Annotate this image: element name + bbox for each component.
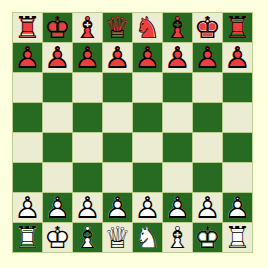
square-b6[interactable] [43, 73, 72, 102]
square-f6[interactable] [163, 73, 192, 102]
white-rook-piece[interactable]: ♜♖ [223, 223, 252, 252]
red-rook-piece[interactable]: ♜♖ [223, 13, 252, 42]
red-pawn-piece[interactable]: ♟♙ [43, 43, 72, 72]
square-g1[interactable]: ♚♔ [193, 223, 222, 252]
square-f7[interactable]: ♟♙ [163, 43, 192, 72]
square-e2[interactable]: ♟♙ [133, 193, 162, 222]
square-f4[interactable] [163, 133, 192, 162]
square-g3[interactable] [193, 163, 222, 192]
red-pawn-piece[interactable]: ♟♙ [133, 43, 162, 72]
square-a8[interactable]: ♜♖ [13, 13, 42, 42]
square-f8[interactable]: ♝♗ [163, 13, 192, 42]
square-a2[interactable]: ♟♙ [13, 193, 42, 222]
red-rook-piece[interactable]: ♜♖ [13, 13, 42, 42]
white-pawn-piece[interactable]: ♟♙ [73, 193, 102, 222]
square-d1[interactable]: ♛♕ [103, 223, 132, 252]
square-b4[interactable] [43, 133, 72, 162]
square-b2[interactable]: ♟♙ [43, 193, 72, 222]
white-rook-piece[interactable]: ♜♖ [13, 223, 42, 252]
square-e7[interactable]: ♟♙ [133, 43, 162, 72]
square-h7[interactable]: ♟♙ [223, 43, 252, 72]
square-d7[interactable]: ♟♙ [103, 43, 132, 72]
square-c3[interactable] [73, 163, 102, 192]
white-pawn-piece[interactable]: ♟♙ [103, 193, 132, 222]
square-c8[interactable]: ♝♗ [73, 13, 102, 42]
square-c1[interactable]: ♝♗ [73, 223, 102, 252]
square-b8[interactable]: ♚♔ [43, 13, 72, 42]
square-h3[interactable] [223, 163, 252, 192]
square-c7[interactable]: ♟♙ [73, 43, 102, 72]
square-f5[interactable] [163, 103, 192, 132]
red-bishop-piece[interactable]: ♝♗ [73, 13, 102, 42]
white-king-piece[interactable]: ♚♔ [43, 223, 72, 252]
square-b5[interactable] [43, 103, 72, 132]
white-pawn-piece[interactable]: ♟♙ [43, 193, 72, 222]
red-pawn-piece[interactable]: ♟♙ [73, 43, 102, 72]
square-a4[interactable] [13, 133, 42, 162]
square-g2[interactable]: ♟♙ [193, 193, 222, 222]
square-g8[interactable]: ♚♔ [193, 13, 222, 42]
red-queen-piece[interactable]: ♛♕ [103, 13, 132, 42]
square-a5[interactable] [13, 103, 42, 132]
white-bishop-piece[interactable]: ♝♗ [163, 223, 192, 252]
square-e8[interactable]: ♞♘ [133, 13, 162, 42]
chess-board: ♜♖♚♔♝♗♛♕♞♘♝♗♚♔♜♖♟♙♟♙♟♙♟♙♟♙♟♙♟♙♟♙♟♙♟♙♟♙♟♙… [12, 12, 253, 253]
square-g6[interactable] [193, 73, 222, 102]
square-d5[interactable] [103, 103, 132, 132]
red-king-piece[interactable]: ♚♔ [193, 13, 222, 42]
square-e6[interactable] [133, 73, 162, 102]
white-queen-piece[interactable]: ♛♕ [103, 223, 132, 252]
square-g7[interactable]: ♟♙ [193, 43, 222, 72]
square-h2[interactable]: ♟♙ [223, 193, 252, 222]
red-knight-piece[interactable]: ♞♘ [133, 13, 162, 42]
white-pawn-piece[interactable]: ♟♙ [133, 193, 162, 222]
square-d6[interactable] [103, 73, 132, 102]
red-bishop-piece[interactable]: ♝♗ [163, 13, 192, 42]
square-a3[interactable] [13, 163, 42, 192]
square-f3[interactable] [163, 163, 192, 192]
square-d8[interactable]: ♛♕ [103, 13, 132, 42]
square-a1[interactable]: ♜♖ [13, 223, 42, 252]
square-g4[interactable] [193, 133, 222, 162]
square-d4[interactable] [103, 133, 132, 162]
square-h8[interactable]: ♜♖ [223, 13, 252, 42]
square-b1[interactable]: ♚♔ [43, 223, 72, 252]
square-f2[interactable]: ♟♙ [163, 193, 192, 222]
white-pawn-piece[interactable]: ♟♙ [223, 193, 252, 222]
square-e4[interactable] [133, 133, 162, 162]
white-king-piece[interactable]: ♚♔ [193, 223, 222, 252]
square-b7[interactable]: ♟♙ [43, 43, 72, 72]
square-h5[interactable] [223, 103, 252, 132]
white-pawn-piece[interactable]: ♟♙ [13, 193, 42, 222]
white-pawn-piece[interactable]: ♟♙ [193, 193, 222, 222]
red-pawn-piece[interactable]: ♟♙ [103, 43, 132, 72]
square-c5[interactable] [73, 103, 102, 132]
red-pawn-piece[interactable]: ♟♙ [163, 43, 192, 72]
white-bishop-piece[interactable]: ♝♗ [73, 223, 102, 252]
square-a7[interactable]: ♟♙ [13, 43, 42, 72]
square-e1[interactable]: ♞♘ [133, 223, 162, 252]
square-d3[interactable] [103, 163, 132, 192]
square-h1[interactable]: ♜♖ [223, 223, 252, 252]
square-e5[interactable] [133, 103, 162, 132]
square-c6[interactable] [73, 73, 102, 102]
red-pawn-piece[interactable]: ♟♙ [223, 43, 252, 72]
square-g5[interactable] [193, 103, 222, 132]
white-pawn-piece[interactable]: ♟♙ [163, 193, 192, 222]
red-pawn-piece[interactable]: ♟♙ [193, 43, 222, 72]
square-f1[interactable]: ♝♗ [163, 223, 192, 252]
square-b3[interactable] [43, 163, 72, 192]
square-h6[interactable] [223, 73, 252, 102]
square-c2[interactable]: ♟♙ [73, 193, 102, 222]
red-pawn-piece[interactable]: ♟♙ [13, 43, 42, 72]
square-e3[interactable] [133, 163, 162, 192]
white-knight-piece[interactable]: ♞♘ [133, 223, 162, 252]
square-d2[interactable]: ♟♙ [103, 193, 132, 222]
square-c4[interactable] [73, 133, 102, 162]
red-king-piece[interactable]: ♚♔ [43, 13, 72, 42]
square-a6[interactable] [13, 73, 42, 102]
square-h4[interactable] [223, 133, 252, 162]
